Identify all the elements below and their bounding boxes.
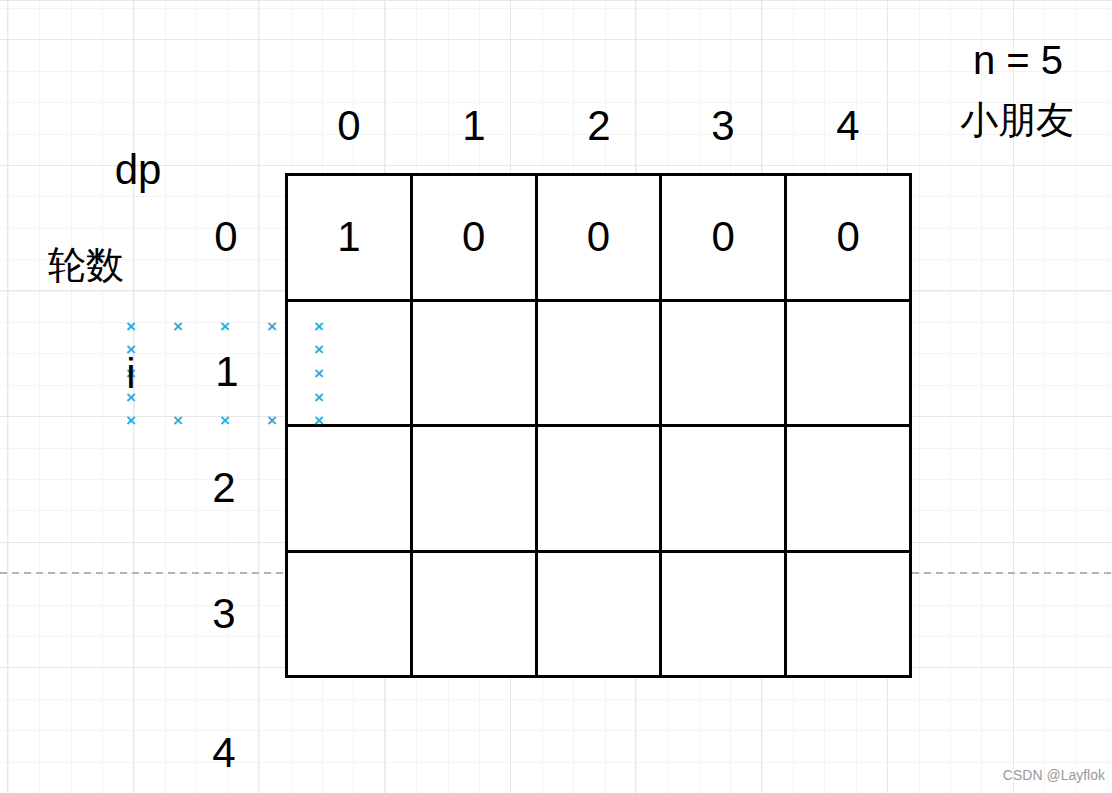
selection-handle-x[interactable]: ×	[173, 412, 183, 429]
dp-cell-2-3[interactable]	[662, 427, 784, 550]
dp-cell-1-0[interactable]	[288, 302, 410, 425]
row-header-1: 1	[215, 351, 238, 393]
row-header-2: 2	[212, 467, 235, 509]
dp-cell-1-2[interactable]	[538, 302, 660, 425]
rounds-axis-label: 轮数	[48, 246, 124, 284]
dp-cell-0-1[interactable]: 0	[413, 176, 535, 299]
row-header-4: 4	[212, 732, 235, 774]
dp-cell-2-1[interactable]	[413, 427, 535, 550]
dp-cell-0-2[interactable]: 0	[538, 176, 660, 299]
col-header-1: 1	[462, 105, 485, 147]
dp-cell-0-0[interactable]: 1	[288, 176, 410, 299]
csdn-watermark: CSDN @Layflok	[1003, 767, 1105, 783]
n-equals-label: n = 5	[973, 40, 1063, 80]
selection-handle-x[interactable]: ×	[314, 389, 324, 406]
selection-handle-x[interactable]: ×	[314, 412, 324, 429]
selection-handle-x[interactable]: ×	[314, 341, 324, 358]
col-header-4: 4	[836, 105, 859, 147]
dp-cell-0-3[interactable]: 0	[662, 176, 784, 299]
selection-handle-x[interactable]: ×	[314, 365, 324, 382]
selection-handle-x[interactable]: ×	[173, 318, 183, 335]
dp-cell-2-4[interactable]	[787, 427, 909, 550]
dp-cell-2-2[interactable]	[538, 427, 660, 550]
dp-cell-3-3[interactable]	[662, 553, 784, 676]
dp-cell-2-0[interactable]	[288, 427, 410, 550]
dp-cell-0-4[interactable]: 0	[787, 176, 909, 299]
selection-handle-x[interactable]: ×	[220, 412, 230, 429]
children-axis-label: 小朋友	[960, 101, 1074, 139]
selection-handle-x[interactable]: ×	[220, 318, 230, 335]
dp-cell-1-3[interactable]	[662, 302, 784, 425]
col-header-2: 2	[587, 105, 610, 147]
dp-cell-1-1[interactable]	[413, 302, 535, 425]
dp-table: 1 0 0 0 0	[285, 173, 912, 678]
selection-handle-x[interactable]: ×	[314, 318, 324, 335]
dp-cell-3-0[interactable]	[288, 553, 410, 676]
selection-handle-x[interactable]: ×	[267, 318, 277, 335]
row-header-0: 0	[214, 216, 237, 258]
row-header-3: 3	[212, 593, 235, 635]
dp-cell-3-2[interactable]	[538, 553, 660, 676]
col-header-0: 0	[337, 105, 360, 147]
col-header-3: 3	[711, 105, 734, 147]
dp-cell-3-4[interactable]	[787, 553, 909, 676]
selection-handle-x[interactable]: ×	[126, 318, 136, 335]
selection-handle-x[interactable]: ×	[126, 412, 136, 429]
dp-label: dp	[115, 149, 162, 191]
dp-cell-1-4[interactable]	[787, 302, 909, 425]
i-index-label: i	[126, 353, 135, 395]
selection-handle-x[interactable]: ×	[267, 412, 277, 429]
dp-cell-3-1[interactable]	[413, 553, 535, 676]
